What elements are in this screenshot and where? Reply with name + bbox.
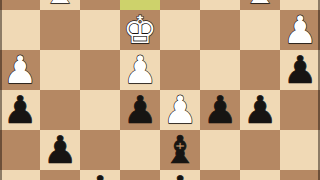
- square-d2[interactable]: [160, 0, 200, 10]
- square-f4[interactable]: [80, 50, 120, 90]
- square-c6[interactable]: [200, 130, 240, 170]
- piece-white-pawn-d5[interactable]: ♟: [163, 90, 197, 130]
- square-a5[interactable]: [280, 90, 320, 130]
- square-a7[interactable]: [280, 170, 320, 180]
- screenshot-frame: ♝♝♚♟♟♟♟♟♟♟♟♟♟♝♟♟: [0, 0, 320, 180]
- piece-black-pawn-b5[interactable]: ♟: [243, 90, 277, 130]
- square-c4[interactable]: [200, 50, 240, 90]
- square-b7[interactable]: [240, 170, 280, 180]
- square-f2[interactable]: [80, 0, 120, 10]
- piece-white-bishop-b2[interactable]: ♝: [243, 0, 277, 10]
- piece-black-pawn-f7[interactable]: ♟: [83, 170, 117, 180]
- square-g5[interactable]: [40, 90, 80, 130]
- square-h5[interactable]: ♟: [0, 90, 40, 130]
- square-h4[interactable]: ♟: [0, 50, 40, 90]
- square-f6[interactable]: [80, 130, 120, 170]
- square-d5[interactable]: ♟: [160, 90, 200, 130]
- piece-black-pawn-d7[interactable]: ♟: [163, 170, 197, 180]
- square-a3[interactable]: ♟: [280, 10, 320, 50]
- square-g7[interactable]: [40, 170, 80, 180]
- square-h2[interactable]: [0, 0, 40, 10]
- piece-white-king-e3[interactable]: ♚: [123, 10, 157, 50]
- square-b2[interactable]: ♝: [240, 0, 280, 10]
- piece-black-bishop-d6[interactable]: ♝: [163, 130, 197, 170]
- piece-white-pawn-h4[interactable]: ♟: [3, 50, 37, 90]
- square-f3[interactable]: [80, 10, 120, 50]
- square-d6[interactable]: ♝: [160, 130, 200, 170]
- piece-white-pawn-a3[interactable]: ♟: [283, 10, 317, 50]
- piece-black-pawn-c5[interactable]: ♟: [203, 90, 237, 130]
- square-d4[interactable]: [160, 50, 200, 90]
- square-h7[interactable]: [0, 170, 40, 180]
- square-g4[interactable]: [40, 50, 80, 90]
- square-c2[interactable]: [200, 0, 240, 10]
- square-b3[interactable]: [240, 10, 280, 50]
- piece-white-bishop-g2[interactable]: ♝: [43, 0, 77, 10]
- piece-black-pawn-h5[interactable]: ♟: [3, 90, 37, 130]
- square-d7[interactable]: ♟: [160, 170, 200, 180]
- square-b5[interactable]: ♟: [240, 90, 280, 130]
- square-f5[interactable]: [80, 90, 120, 130]
- square-g2[interactable]: ♝: [40, 0, 80, 10]
- square-g6[interactable]: ♟: [40, 130, 80, 170]
- piece-black-pawn-g6[interactable]: ♟: [43, 130, 77, 170]
- square-c5[interactable]: ♟: [200, 90, 240, 130]
- square-c3[interactable]: [200, 10, 240, 50]
- square-b4[interactable]: [240, 50, 280, 90]
- square-a6[interactable]: [280, 130, 320, 170]
- square-a4[interactable]: ♟: [280, 50, 320, 90]
- square-e3[interactable]: ♚: [120, 10, 160, 50]
- square-g3[interactable]: [40, 10, 80, 50]
- piece-black-pawn-e5[interactable]: ♟: [123, 90, 157, 130]
- chess-board: ♝♝♚♟♟♟♟♟♟♟♟♟♟♝♟♟: [0, 0, 320, 180]
- square-e7[interactable]: [120, 170, 160, 180]
- square-h6[interactable]: [0, 130, 40, 170]
- square-e5[interactable]: ♟: [120, 90, 160, 130]
- piece-black-pawn-a4[interactable]: ♟: [283, 50, 317, 90]
- square-c7[interactable]: [200, 170, 240, 180]
- piece-white-pawn-e4[interactable]: ♟: [123, 50, 157, 90]
- square-b6[interactable]: [240, 130, 280, 170]
- square-e6[interactable]: [120, 130, 160, 170]
- square-f7[interactable]: ♟: [80, 170, 120, 180]
- square-h3[interactable]: [0, 10, 40, 50]
- square-e4[interactable]: ♟: [120, 50, 160, 90]
- square-d3[interactable]: [160, 10, 200, 50]
